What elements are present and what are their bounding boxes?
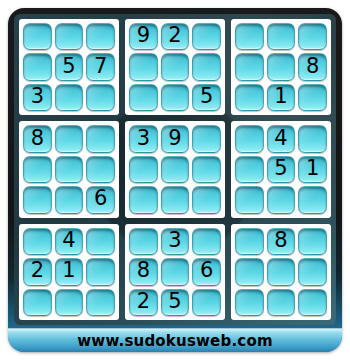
given-digit: 3 <box>137 128 150 149</box>
cell-r5c3[interactable] <box>86 156 115 183</box>
cell-r2c8[interactable] <box>267 53 296 80</box>
given-digit: 1 <box>62 260 75 281</box>
cell-r1c1[interactable] <box>23 23 52 50</box>
cell-r4c1[interactable]: 8 <box>23 125 52 152</box>
cell-r7c6[interactable] <box>192 228 221 255</box>
cell-r3c6[interactable]: 5 <box>192 84 221 111</box>
cell-r4c5[interactable]: 9 <box>161 125 190 152</box>
cell-r5c9[interactable]: 1 <box>298 156 327 183</box>
cell-r1c5[interactable]: 2 <box>161 23 190 50</box>
cell-r7c3[interactable] <box>86 228 115 255</box>
given-digit: 6 <box>94 188 107 209</box>
cell-r8c1[interactable]: 2 <box>23 258 52 285</box>
cell-r4c2[interactable] <box>55 125 84 152</box>
cell-r9c5[interactable]: 5 <box>161 289 190 316</box>
cell-r3c3[interactable] <box>86 84 115 111</box>
cell-r9c8[interactable] <box>267 289 296 316</box>
given-digit: 8 <box>274 230 287 251</box>
cell-r2c2[interactable]: 5 <box>55 53 84 80</box>
cell-r6c7[interactable] <box>235 186 264 213</box>
cell-r2c5[interactable] <box>161 53 190 80</box>
sudoku-board: 573925818639451421386258 <box>14 14 336 325</box>
cell-r1c6[interactable] <box>192 23 221 50</box>
cell-r6c1[interactable] <box>23 186 52 213</box>
box-1-1: 573 <box>19 19 119 115</box>
cell-r8c6[interactable]: 6 <box>192 258 221 285</box>
cell-r1c8[interactable] <box>267 23 296 50</box>
given-digit: 8 <box>31 128 44 149</box>
site-url-link[interactable]: www.sudokusweb.com <box>77 332 272 350</box>
given-digit: 4 <box>274 128 287 149</box>
cell-r7c2[interactable]: 4 <box>55 228 84 255</box>
sudoku-page: 573925818639451421386258 www.sudokusweb.… <box>0 0 350 360</box>
cell-r7c1[interactable] <box>23 228 52 255</box>
cell-r7c4[interactable] <box>129 228 158 255</box>
cell-r6c9[interactable] <box>298 186 327 213</box>
cell-r1c7[interactable] <box>235 23 264 50</box>
cell-r5c2[interactable] <box>55 156 84 183</box>
cell-r9c4[interactable]: 2 <box>129 289 158 316</box>
given-digit: 2 <box>31 260 44 281</box>
given-digit: 5 <box>200 86 213 107</box>
cell-r4c3[interactable] <box>86 125 115 152</box>
cell-r1c4[interactable]: 9 <box>129 23 158 50</box>
cell-r2c9[interactable]: 8 <box>298 53 327 80</box>
given-digit: 4 <box>62 230 75 251</box>
cell-r2c6[interactable] <box>192 53 221 80</box>
box-2-1: 86 <box>19 121 119 217</box>
cell-r6c4[interactable] <box>129 186 158 213</box>
cell-r3c1[interactable]: 3 <box>23 84 52 111</box>
cell-r9c9[interactable] <box>298 289 327 316</box>
box-3-3: 8 <box>231 224 331 320</box>
cell-r2c7[interactable] <box>235 53 264 80</box>
cell-r9c3[interactable] <box>86 289 115 316</box>
given-digit: 2 <box>168 25 181 46</box>
cell-r1c3[interactable] <box>86 23 115 50</box>
given-digit: 2 <box>137 291 150 312</box>
given-digit: 8 <box>306 56 319 77</box>
cell-r5c7[interactable] <box>235 156 264 183</box>
given-digit: 9 <box>168 128 181 149</box>
given-digit: 9 <box>137 25 150 46</box>
cell-r3c5[interactable] <box>161 84 190 111</box>
sudoku-frame: 573925818639451421386258 www.sudokusweb.… <box>8 8 342 352</box>
cell-r4c6[interactable] <box>192 125 221 152</box>
given-digit: 6 <box>200 260 213 281</box>
cell-r6c2[interactable] <box>55 186 84 213</box>
box-3-2: 38625 <box>125 224 225 320</box>
cell-r2c4[interactable] <box>129 53 158 80</box>
cell-r3c7[interactable] <box>235 84 264 111</box>
given-digit: 5 <box>274 158 287 179</box>
cell-r9c7[interactable] <box>235 289 264 316</box>
box-3-1: 421 <box>19 224 119 320</box>
cell-r5c8[interactable]: 5 <box>267 156 296 183</box>
given-digit: 1 <box>274 86 287 107</box>
box-1-3: 81 <box>231 19 331 115</box>
cell-r3c2[interactable] <box>55 84 84 111</box>
cell-r8c7[interactable] <box>235 258 264 285</box>
cell-r9c2[interactable] <box>55 289 84 316</box>
cell-r5c4[interactable] <box>129 156 158 183</box>
box-1-2: 925 <box>125 19 225 115</box>
site-footer: www.sudokusweb.com <box>8 328 342 352</box>
given-digit: 3 <box>168 230 181 251</box>
given-digit: 5 <box>62 56 75 77</box>
cell-r7c5[interactable]: 3 <box>161 228 190 255</box>
cell-r1c2[interactable] <box>55 23 84 50</box>
cell-r3c9[interactable] <box>298 84 327 111</box>
cell-r2c1[interactable] <box>23 53 52 80</box>
cell-r9c1[interactable] <box>23 289 52 316</box>
cell-r8c2[interactable]: 1 <box>55 258 84 285</box>
cell-r3c4[interactable] <box>129 84 158 111</box>
cell-r4c4[interactable]: 3 <box>129 125 158 152</box>
cell-r8c9[interactable] <box>298 258 327 285</box>
cell-r8c8[interactable] <box>267 258 296 285</box>
cell-r8c3[interactable] <box>86 258 115 285</box>
cell-r8c4[interactable]: 8 <box>129 258 158 285</box>
cell-r4c9[interactable] <box>298 125 327 152</box>
given-digit: 1 <box>306 158 319 179</box>
cell-r5c5[interactable] <box>161 156 190 183</box>
given-digit: 7 <box>94 56 107 77</box>
cell-r7c8[interactable]: 8 <box>267 228 296 255</box>
given-digit: 3 <box>31 86 44 107</box>
cell-r6c8[interactable] <box>267 186 296 213</box>
cell-r4c7[interactable] <box>235 125 264 152</box>
box-2-3: 451 <box>231 121 331 217</box>
cell-r7c7[interactable] <box>235 228 264 255</box>
cell-r4c8[interactable]: 4 <box>267 125 296 152</box>
cell-r8c5[interactable] <box>161 258 190 285</box>
cell-r3c8[interactable]: 1 <box>267 84 296 111</box>
cell-r5c6[interactable] <box>192 156 221 183</box>
cell-r9c6[interactable] <box>192 289 221 316</box>
cell-r5c1[interactable] <box>23 156 52 183</box>
cell-r1c9[interactable] <box>298 23 327 50</box>
cell-r6c3[interactable]: 6 <box>86 186 115 213</box>
cell-r2c3[interactable]: 7 <box>86 53 115 80</box>
cell-r7c9[interactable] <box>298 228 327 255</box>
given-digit: 8 <box>137 260 150 281</box>
box-2-2: 39 <box>125 121 225 217</box>
cell-r6c6[interactable] <box>192 186 221 213</box>
given-digit: 5 <box>168 291 181 312</box>
cell-r6c5[interactable] <box>161 186 190 213</box>
